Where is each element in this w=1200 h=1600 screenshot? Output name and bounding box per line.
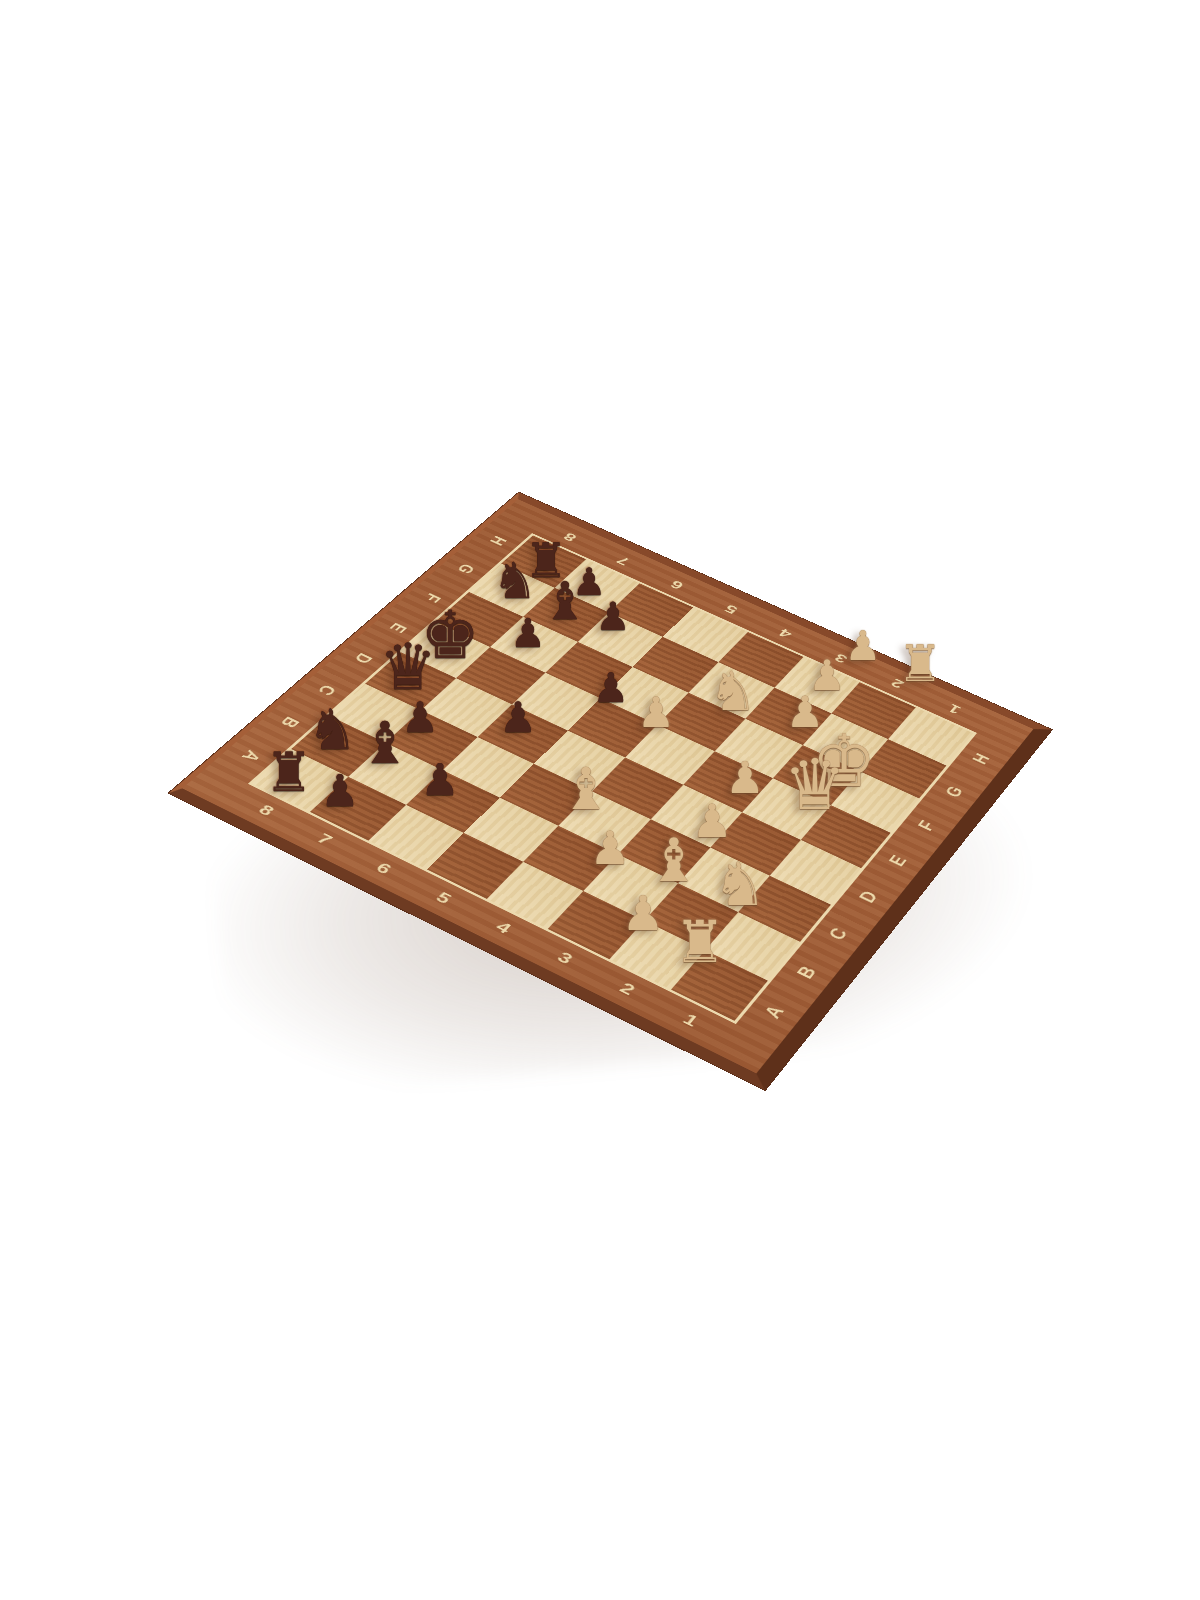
white-pawn-b3[interactable]: ♟ [589,825,630,871]
white-bishop-c4[interactable]: ♝ [560,760,612,818]
white-queen-d1[interactable]: ♛ [784,750,847,820]
black-rook-a8[interactable]: ♜ [265,746,313,800]
black-pawn-b6[interactable]: ♟ [420,758,459,802]
black-pawn-f7[interactable]: ♟ [510,613,546,653]
white-knight-f3[interactable]: ♞ [709,665,757,719]
black-queen-d8[interactable]: ♛ [379,635,436,699]
black-pawn-e5[interactable]: ♟ [593,668,630,709]
white-knight-b1[interactable]: ♞ [713,854,767,914]
white-bishop-b2[interactable]: ♝ [647,830,701,890]
white-rook-a1[interactable]: ♜ [674,913,726,971]
black-knight-b8[interactable]: ♞ [307,702,357,758]
black-pawn-g6[interactable]: ♟ [596,597,631,636]
white-pawn-e4[interactable]: ♟ [637,692,675,734]
white-pawn-h2[interactable]: ♟ [845,626,882,667]
board-photo: ABCDEFGH ABCDEFGH 87654321 87654321 ♜♞♝♟… [0,0,1200,1600]
white-rook-h1[interactable]: ♜ [898,639,943,689]
black-pawn-a7[interactable]: ♟ [320,769,359,813]
black-bishop-g7[interactable]: ♝ [542,575,589,627]
black-bishop-b7[interactable]: ♝ [359,714,411,772]
pieces-layer: ♜♞♝♟♟♟♛♚♟♟♞♜♝♟♟♟♟♞♝♟♟♝♟♟♜♞♛♚♟♟♟♜ [0,0,1200,1600]
black-knight-g8[interactable]: ♞ [493,556,538,606]
white-pawn-a2[interactable]: ♟ [621,889,664,937]
black-pawn-d6[interactable]: ♟ [499,697,537,739]
